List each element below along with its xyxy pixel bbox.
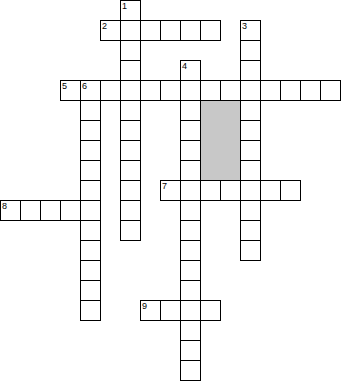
cell-r10-c9[interactable] (180, 200, 201, 221)
cell-r5-c12[interactable] (240, 100, 261, 121)
cell-r0-c6[interactable] (120, 0, 141, 21)
cell-r8-c6[interactable] (120, 160, 141, 181)
cell-r9-c9[interactable] (180, 180, 201, 201)
cell-r4-c3[interactable] (60, 80, 81, 101)
cell-r1-c5[interactable] (100, 20, 121, 41)
cell-r4-c14[interactable] (280, 80, 301, 101)
cell-r4-c7[interactable] (140, 80, 161, 101)
cell-r1-c6[interactable] (120, 20, 141, 41)
cell-r8-c12[interactable] (240, 160, 261, 181)
cell-r3-c12[interactable] (240, 60, 261, 81)
cell-r8-c9[interactable] (180, 160, 201, 181)
cell-r9-c6[interactable] (120, 180, 141, 201)
cell-r9-c4[interactable] (80, 180, 101, 201)
cell-r9-c14[interactable] (280, 180, 301, 201)
cell-r9-c12[interactable] (240, 180, 261, 201)
cell-r2-c6[interactable] (120, 40, 141, 61)
cell-r2-c12[interactable] (240, 40, 261, 61)
cell-r15-c9[interactable] (180, 300, 201, 321)
cell-r18-c9[interactable] (180, 360, 201, 381)
cell-r1-c12[interactable] (240, 20, 261, 41)
cell-r4-c15[interactable] (300, 80, 321, 101)
cell-r4-c8[interactable] (160, 80, 181, 101)
cell-r9-c13[interactable] (260, 180, 281, 201)
cell-r11-c6[interactable] (120, 220, 141, 241)
cell-r7-c12[interactable] (240, 140, 261, 161)
cell-r13-c4[interactable] (80, 260, 101, 281)
cell-r4-c4[interactable] (80, 80, 101, 101)
cell-r12-c4[interactable] (80, 240, 101, 261)
cell-r11-c12[interactable] (240, 220, 261, 241)
cell-r9-c8[interactable] (160, 180, 181, 201)
cell-r4-c9[interactable] (180, 80, 201, 101)
cell-r10-c3[interactable] (60, 200, 81, 221)
cell-r10-c4[interactable] (80, 200, 101, 221)
cell-r15-c4[interactable] (80, 300, 101, 321)
cell-r4-c12[interactable] (240, 80, 261, 101)
cell-r10-c6[interactable] (120, 200, 141, 221)
cell-r4-c11[interactable] (220, 80, 241, 101)
cell-r15-c10[interactable] (200, 300, 221, 321)
cell-r15-c8[interactable] (160, 300, 181, 321)
cell-r1-c9[interactable] (180, 20, 201, 41)
cell-r5-c9[interactable] (180, 100, 201, 121)
cell-r6-c9[interactable] (180, 120, 201, 141)
cell-r4-c6[interactable] (120, 80, 141, 101)
cell-r3-c6[interactable] (120, 60, 141, 81)
cell-r15-c7[interactable] (140, 300, 161, 321)
cell-r1-c7[interactable] (140, 20, 161, 41)
crossword-board: 123456789 (0, 0, 341, 381)
cell-r4-c16[interactable] (320, 80, 341, 101)
cell-r10-c12[interactable] (240, 200, 261, 221)
cell-r17-c9[interactable] (180, 340, 201, 361)
cell-r8-c4[interactable] (80, 160, 101, 181)
cell-r11-c9[interactable] (180, 220, 201, 241)
cell-r9-c11[interactable] (220, 180, 241, 201)
cell-r14-c4[interactable] (80, 280, 101, 301)
cell-r12-c12[interactable] (240, 240, 261, 261)
cell-r4-c5[interactable] (100, 80, 121, 101)
cell-r3-c9[interactable] (180, 60, 201, 81)
cell-r4-c10[interactable] (200, 80, 221, 101)
cell-r1-c8[interactable] (160, 20, 181, 41)
cell-r4-c13[interactable] (260, 80, 281, 101)
cell-r7-c4[interactable] (80, 140, 101, 161)
cell-r5-c4[interactable] (80, 100, 101, 121)
cell-r9-c10[interactable] (200, 180, 221, 201)
cell-r10-c0[interactable] (0, 200, 21, 221)
cell-r10-c1[interactable] (20, 200, 41, 221)
cell-r12-c9[interactable] (180, 240, 201, 261)
cell-r14-c9[interactable] (180, 280, 201, 301)
cell-r16-c9[interactable] (180, 320, 201, 341)
cell-r6-c6[interactable] (120, 120, 141, 141)
cell-r5-c6[interactable] (120, 100, 141, 121)
cell-r10-c2[interactable] (40, 200, 61, 221)
cell-r13-c9[interactable] (180, 260, 201, 281)
cell-r6-c12[interactable] (240, 120, 261, 141)
cell-r7-c6[interactable] (120, 140, 141, 161)
shaded-block (200, 100, 241, 181)
cell-r11-c4[interactable] (80, 220, 101, 241)
cell-r1-c10[interactable] (200, 20, 221, 41)
cell-r7-c9[interactable] (180, 140, 201, 161)
cell-r6-c4[interactable] (80, 120, 101, 141)
